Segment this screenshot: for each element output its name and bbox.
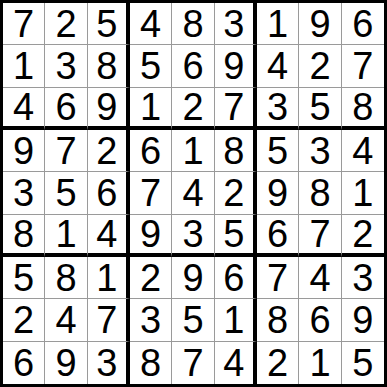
cell-r1-c7[interactable]: 1 [257, 3, 299, 45]
cell-r4-c9[interactable]: 4 [342, 130, 384, 172]
cell-r2-c8[interactable]: 2 [299, 45, 341, 87]
cell-r5-c9[interactable]: 1 [342, 172, 384, 214]
cell-r1-c8[interactable]: 9 [299, 3, 341, 45]
cell-r5-c5[interactable]: 4 [172, 172, 214, 214]
cell-r6-c7[interactable]: 6 [257, 215, 299, 257]
cell-r8-c8[interactable]: 6 [299, 299, 341, 341]
cell-r9-c6[interactable]: 4 [215, 342, 257, 384]
cell-r1-c9[interactable]: 6 [342, 3, 384, 45]
cell-r9-c4[interactable]: 8 [130, 342, 172, 384]
cell-r2-c5[interactable]: 6 [172, 45, 214, 87]
cell-r1-c1[interactable]: 7 [3, 3, 45, 45]
cell-r4-c2[interactable]: 7 [45, 130, 87, 172]
cell-r4-c8[interactable]: 3 [299, 130, 341, 172]
cell-r7-c3[interactable]: 1 [88, 257, 130, 299]
cell-r3-c3[interactable]: 9 [88, 88, 130, 130]
cell-r8-c6[interactable]: 1 [215, 299, 257, 341]
cell-r7-c2[interactable]: 8 [45, 257, 87, 299]
cell-r2-c7[interactable]: 4 [257, 45, 299, 87]
cell-r4-c6[interactable]: 8 [215, 130, 257, 172]
cell-r8-c4[interactable]: 3 [130, 299, 172, 341]
cell-r9-c9[interactable]: 5 [342, 342, 384, 384]
cell-r2-c6[interactable]: 9 [215, 45, 257, 87]
cell-r3-c5[interactable]: 2 [172, 88, 214, 130]
cell-r8-c7[interactable]: 8 [257, 299, 299, 341]
cell-r5-c1[interactable]: 3 [3, 172, 45, 214]
cell-r2-c4[interactable]: 5 [130, 45, 172, 87]
cell-r5-c4[interactable]: 7 [130, 172, 172, 214]
cell-r6-c9[interactable]: 2 [342, 215, 384, 257]
cell-r1-c4[interactable]: 4 [130, 3, 172, 45]
cell-r1-c5[interactable]: 8 [172, 3, 214, 45]
cell-r6-c8[interactable]: 7 [299, 215, 341, 257]
cell-r7-c4[interactable]: 2 [130, 257, 172, 299]
cell-r8-c5[interactable]: 5 [172, 299, 214, 341]
cell-r3-c4[interactable]: 1 [130, 88, 172, 130]
cell-r5-c3[interactable]: 6 [88, 172, 130, 214]
cell-r3-c7[interactable]: 3 [257, 88, 299, 130]
cell-r9-c1[interactable]: 6 [3, 342, 45, 384]
cell-r6-c5[interactable]: 3 [172, 215, 214, 257]
cell-r1-c3[interactable]: 5 [88, 3, 130, 45]
cell-r8-c3[interactable]: 7 [88, 299, 130, 341]
cell-r4-c3[interactable]: 2 [88, 130, 130, 172]
cell-r5-c6[interactable]: 2 [215, 172, 257, 214]
cell-r4-c7[interactable]: 5 [257, 130, 299, 172]
cell-r6-c2[interactable]: 1 [45, 215, 87, 257]
cell-r7-c5[interactable]: 9 [172, 257, 214, 299]
cell-r1-c2[interactable]: 2 [45, 3, 87, 45]
cell-r1-c6[interactable]: 3 [215, 3, 257, 45]
cell-r5-c8[interactable]: 8 [299, 172, 341, 214]
cell-r3-c1[interactable]: 4 [3, 88, 45, 130]
cell-r2-c1[interactable]: 1 [3, 45, 45, 87]
sudoku-board: 7254831961385694274691273589726185343567… [0, 0, 387, 387]
cell-r7-c8[interactable]: 4 [299, 257, 341, 299]
cell-r2-c2[interactable]: 3 [45, 45, 87, 87]
cell-r7-c6[interactable]: 6 [215, 257, 257, 299]
cell-r3-c8[interactable]: 5 [299, 88, 341, 130]
cell-r2-c3[interactable]: 8 [88, 45, 130, 87]
cell-r5-c2[interactable]: 5 [45, 172, 87, 214]
cell-r9-c3[interactable]: 3 [88, 342, 130, 384]
cell-r6-c1[interactable]: 8 [3, 215, 45, 257]
cell-r6-c6[interactable]: 5 [215, 215, 257, 257]
cell-r4-c5[interactable]: 1 [172, 130, 214, 172]
cell-r2-c9[interactable]: 7 [342, 45, 384, 87]
cell-r4-c1[interactable]: 9 [3, 130, 45, 172]
cell-r8-c1[interactable]: 2 [3, 299, 45, 341]
cell-r4-c4[interactable]: 6 [130, 130, 172, 172]
cell-r9-c2[interactable]: 9 [45, 342, 87, 384]
cell-r3-c2[interactable]: 6 [45, 88, 87, 130]
cell-r9-c5[interactable]: 7 [172, 342, 214, 384]
cell-r6-c4[interactable]: 9 [130, 215, 172, 257]
cell-r7-c1[interactable]: 5 [3, 257, 45, 299]
cell-r5-c7[interactable]: 9 [257, 172, 299, 214]
cell-r3-c6[interactable]: 7 [215, 88, 257, 130]
cell-r9-c7[interactable]: 2 [257, 342, 299, 384]
cell-r8-c2[interactable]: 4 [45, 299, 87, 341]
cell-r7-c9[interactable]: 3 [342, 257, 384, 299]
cell-r3-c9[interactable]: 8 [342, 88, 384, 130]
cell-r7-c7[interactable]: 7 [257, 257, 299, 299]
cell-r6-c3[interactable]: 4 [88, 215, 130, 257]
cell-r8-c9[interactable]: 9 [342, 299, 384, 341]
cell-r9-c8[interactable]: 1 [299, 342, 341, 384]
